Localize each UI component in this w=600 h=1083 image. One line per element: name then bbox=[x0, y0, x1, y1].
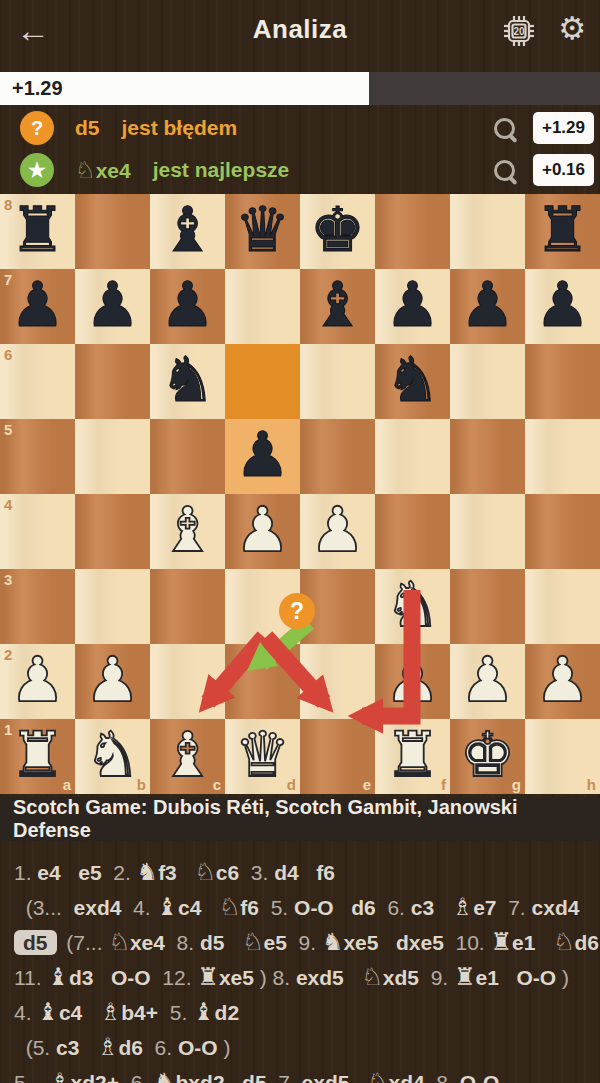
move-token[interactable]: ♞ bbox=[137, 858, 159, 886]
move-line-7: 5... ♗xd2+ 6. ♞bxd2 d5 7. exd5 ♘xd4 8. O… bbox=[14, 1065, 600, 1083]
black-pawn-h7[interactable]: ♟ bbox=[535, 267, 591, 342]
move-token[interactable]: ♝ bbox=[47, 963, 69, 991]
move-token[interactable]: e5 bbox=[264, 931, 299, 954]
move-token: 10. bbox=[455, 931, 490, 954]
move-token[interactable]: ♘ bbox=[553, 928, 575, 956]
move-token: 8. bbox=[436, 1071, 459, 1083]
move-token: 5. bbox=[271, 896, 294, 919]
move-token[interactable]: e1 bbox=[512, 931, 553, 954]
white-queen-d1[interactable]: ♛ bbox=[235, 717, 291, 792]
move-token: 3. bbox=[251, 861, 274, 884]
empty-b5 bbox=[75, 419, 150, 494]
svg-text:20: 20 bbox=[513, 26, 525, 37]
move-token[interactable]: e1 O-O bbox=[476, 966, 557, 989]
empty-f8 bbox=[375, 194, 450, 269]
move-token: 5... bbox=[14, 1071, 49, 1083]
move-token[interactable]: exd4 bbox=[74, 896, 134, 919]
move-token[interactable]: ♘ bbox=[242, 928, 264, 956]
evaluation-bar-white: +1.29 bbox=[0, 72, 369, 105]
move-token[interactable]: ♜ bbox=[454, 963, 476, 991]
move-token: 5. bbox=[170, 1001, 193, 1024]
empty-f5 bbox=[375, 419, 450, 494]
empty-h3 bbox=[525, 569, 600, 644]
empty-g3 bbox=[450, 569, 525, 644]
empty-d7 bbox=[225, 269, 300, 344]
empty-e5 bbox=[300, 419, 375, 494]
empty-a5 bbox=[0, 419, 75, 494]
move-token[interactable]: e7 bbox=[473, 896, 508, 919]
board-pieces-layer: ♜♝♛♚♜♟♟♟♝♟♟♟♞♞♟♝♟♟♞♟♟♟♟♟♜♞♝♛♜♚ bbox=[0, 194, 600, 794]
white-pawn-b2[interactable]: ♟ bbox=[85, 642, 141, 717]
move-token: ) bbox=[556, 966, 569, 989]
move-token[interactable]: ♝ bbox=[193, 998, 215, 1026]
move-token[interactable]: c6 bbox=[216, 861, 251, 884]
move-token[interactable]: xe5 bbox=[219, 966, 254, 989]
move-token[interactable]: ♘ bbox=[361, 963, 383, 991]
move-token[interactable]: ♜ bbox=[491, 928, 513, 956]
move-token[interactable]: xd4 bbox=[389, 1071, 437, 1083]
row-move-label: ♘xe4 bbox=[75, 157, 131, 183]
black-pawn-d5[interactable]: ♟ bbox=[235, 417, 291, 492]
white-pawn-g2[interactable]: ♟ bbox=[460, 642, 516, 717]
move-token[interactable]: d6 bbox=[118, 1036, 154, 1059]
mistake-badge-icon: ? bbox=[20, 111, 54, 145]
empty-a4 bbox=[0, 494, 75, 569]
white-bishop-c4[interactable]: ♝ bbox=[160, 492, 216, 567]
white-knight-f3[interactable]: ♞ bbox=[385, 567, 441, 642]
move-token[interactable]: ♗ bbox=[97, 1033, 119, 1061]
black-bishop-e7[interactable]: ♝ bbox=[310, 267, 366, 342]
move-token[interactable]: d4 f6 bbox=[274, 861, 335, 884]
move-token: 6. bbox=[131, 1071, 154, 1083]
move-token: 7. bbox=[508, 896, 531, 919]
black-knight-c6[interactable]: ♞ bbox=[160, 342, 216, 417]
analysis-rows: ?d5jest błędem+1.29★♘xe4jest najlepsze+0… bbox=[0, 109, 600, 189]
black-queen-d8[interactable]: ♛ bbox=[235, 192, 291, 267]
white-rook-a1[interactable]: ♜ bbox=[10, 717, 66, 792]
move-token[interactable]: ♝ bbox=[156, 893, 178, 921]
move-list: 1. e4 e5 2. ♞f3 ♘c6 3. d4 f6 (3... exd4 … bbox=[0, 841, 600, 1083]
empty-g5 bbox=[450, 419, 525, 494]
move-token[interactable]: f3 bbox=[158, 861, 194, 884]
move-token[interactable]: b4+ bbox=[121, 1001, 169, 1024]
empty-h4 bbox=[525, 494, 600, 569]
move-token[interactable]: ♞ bbox=[322, 928, 344, 956]
move-token[interactable]: O-O bbox=[460, 1071, 500, 1083]
move-token[interactable]: ♞ bbox=[154, 1068, 176, 1083]
move-token[interactable]: exd5 bbox=[296, 966, 361, 989]
move-line-6: (5. c3 ♗d6 6. O-O ) bbox=[14, 1030, 600, 1065]
move-line-5: 4. ♝c4 ♗b4+ 5. ♝d2 bbox=[14, 995, 600, 1030]
move-token[interactable]: c3 bbox=[56, 1036, 97, 1059]
empty-d6 bbox=[225, 344, 300, 419]
move-token: 2. bbox=[113, 861, 136, 884]
move-token[interactable]: ♗ bbox=[100, 998, 122, 1026]
empty-a3 bbox=[0, 569, 75, 644]
empty-e1 bbox=[300, 719, 375, 794]
move-token[interactable]: ♘ bbox=[219, 893, 241, 921]
black-pawn-a7[interactable]: ♟ bbox=[10, 267, 66, 342]
move-line-1: 1. e4 e5 2. ♞f3 ♘c6 3. d4 f6 bbox=[14, 855, 600, 890]
eval-score-box: +1.29 bbox=[533, 112, 594, 144]
header: ← Analiza 20 ⚙ bbox=[0, 0, 600, 62]
move-token[interactable]: ♘ bbox=[367, 1068, 389, 1083]
move-token: ) 8. bbox=[254, 966, 296, 989]
black-knight-f6[interactable]: ♞ bbox=[385, 342, 441, 417]
current-move-token[interactable]: d5 bbox=[14, 930, 57, 955]
chess-analysis-app: ← Analiza 20 ⚙ +1.29 ?d5jest błędem+1.29… bbox=[0, 0, 600, 1083]
empty-c2 bbox=[150, 644, 225, 719]
empty-f4 bbox=[375, 494, 450, 569]
move-token[interactable]: ♜ bbox=[197, 963, 219, 991]
white-pawn-f2[interactable]: ♟ bbox=[385, 642, 441, 717]
white-pawn-h2[interactable]: ♟ bbox=[535, 642, 591, 717]
move-token[interactable]: ♗ bbox=[49, 1068, 71, 1083]
empty-b3 bbox=[75, 569, 150, 644]
evaluation-bar: +1.29 bbox=[0, 72, 600, 105]
move-token[interactable]: ♝ bbox=[37, 998, 59, 1026]
move-token[interactable]: c4 bbox=[178, 896, 219, 919]
move-token[interactable]: xd2+ bbox=[71, 1071, 131, 1083]
black-king-e8[interactable]: ♚ bbox=[310, 192, 366, 267]
black-pawn-b7[interactable]: ♟ bbox=[85, 267, 141, 342]
move-token[interactable]: bxd2 d5 bbox=[176, 1071, 279, 1083]
opening-name: Scotch Game: Dubois Réti, Scotch Gambit,… bbox=[0, 796, 600, 842]
move-token: 4. bbox=[14, 1001, 37, 1024]
row-verdict-label: jest błędem bbox=[122, 116, 238, 140]
move-token: 6. bbox=[155, 1036, 178, 1059]
analysis-row-2[interactable]: ★♘xe4jest najlepsze+0.16 bbox=[0, 151, 600, 189]
empty-a6 bbox=[0, 344, 75, 419]
engine-depth-icon[interactable]: 20 bbox=[502, 14, 536, 48]
black-bishop-c8[interactable]: ♝ bbox=[160, 192, 216, 267]
move-token: 7. bbox=[278, 1071, 301, 1083]
eval-score-box: +0.16 bbox=[533, 154, 594, 186]
move-token[interactable]: xe5 dxe5 bbox=[343, 931, 455, 954]
best-move-badge-icon: ★ bbox=[20, 153, 54, 187]
white-pawn-a2[interactable]: ♟ bbox=[10, 642, 66, 717]
move-token: (5. bbox=[14, 1036, 56, 1059]
move-token: 4. bbox=[133, 896, 156, 919]
move-token: 1. bbox=[14, 861, 37, 884]
move-token[interactable]: ♘ bbox=[108, 928, 130, 956]
white-pawn-d4[interactable]: ♟ bbox=[235, 492, 291, 567]
move-token: ) bbox=[218, 1036, 231, 1059]
move-line-2: (3... exd4 4. ♝c4 ♘f6 5. O-O d6 6. c3 ♗e… bbox=[14, 890, 600, 925]
analysis-row-1[interactable]: ?d5jest błędem+1.29 bbox=[0, 109, 600, 147]
empty-b4 bbox=[75, 494, 150, 569]
move-token[interactable]: exd5 bbox=[302, 1071, 367, 1083]
chess-board[interactable]: 87654321abcdefgh♜♝♛♚♜♟♟♟♝♟♟♟♞♞♟♝♟♟♞♟♟♟♟♟… bbox=[0, 194, 600, 794]
move-token[interactable]: f6 bbox=[240, 896, 270, 919]
row-verdict-label: jest najlepsze bbox=[153, 158, 290, 182]
move-token[interactable]: c3 bbox=[411, 896, 452, 919]
empty-g6 bbox=[450, 344, 525, 419]
white-pawn-e4[interactable]: ♟ bbox=[310, 492, 366, 567]
empty-b6 bbox=[75, 344, 150, 419]
black-pawn-c7[interactable]: ♟ bbox=[160, 267, 216, 342]
move-token[interactable]: d5 bbox=[200, 931, 242, 954]
mistake-annotation-badge: ? bbox=[279, 593, 315, 629]
move-token: 9. bbox=[431, 966, 454, 989]
move-token[interactable]: xe4 bbox=[130, 931, 177, 954]
move-token[interactable]: e4 e5 bbox=[37, 861, 113, 884]
search-icon[interactable] bbox=[494, 118, 515, 139]
empty-h1 bbox=[525, 719, 600, 794]
move-token[interactable]: d2 bbox=[215, 1001, 240, 1024]
move-token: 9. bbox=[299, 931, 322, 954]
empty-h6 bbox=[525, 344, 600, 419]
move-line-3: d5 (7... ♘xe4 8. d5 ♘e5 9. ♞xe5 dxe5 10.… bbox=[14, 925, 600, 960]
white-bishop-c1[interactable]: ♝ bbox=[160, 717, 216, 792]
move-token[interactable]: ♘ bbox=[194, 858, 216, 886]
empty-c5 bbox=[150, 419, 225, 494]
empty-c3 bbox=[150, 569, 225, 644]
empty-d2 bbox=[225, 644, 300, 719]
move-token: 12. bbox=[162, 966, 197, 989]
move-token[interactable]: d6 bbox=[574, 931, 599, 954]
empty-b8 bbox=[75, 194, 150, 269]
move-line-4: 11. ♝d3 O-O 12. ♜xe5 ) 8. exd5 ♘xd5 9. ♜… bbox=[14, 960, 600, 995]
move-token: (7... bbox=[61, 931, 109, 954]
black-rook-a8[interactable]: ♜ bbox=[10, 192, 66, 267]
black-pawn-g7[interactable]: ♟ bbox=[460, 267, 516, 342]
white-knight-b1[interactable]: ♞ bbox=[85, 717, 141, 792]
move-token[interactable]: cxd4 bbox=[532, 896, 580, 919]
move-token[interactable]: O-O d6 bbox=[294, 896, 387, 919]
row-move-label: d5 bbox=[75, 116, 100, 140]
empty-h5 bbox=[525, 419, 600, 494]
move-token: 11. bbox=[14, 966, 47, 989]
move-token[interactable]: xd5 bbox=[383, 966, 431, 989]
move-token[interactable]: d3 O-O bbox=[69, 966, 162, 989]
empty-e2 bbox=[300, 644, 375, 719]
white-rook-f1[interactable]: ♜ bbox=[385, 717, 441, 792]
black-rook-h8[interactable]: ♜ bbox=[535, 192, 591, 267]
search-icon[interactable] bbox=[494, 160, 515, 181]
empty-g4 bbox=[450, 494, 525, 569]
opening-name-bar: Scotch Game: Dubois Réti, Scotch Gambit,… bbox=[0, 797, 600, 841]
black-pawn-f7[interactable]: ♟ bbox=[385, 267, 441, 342]
evaluation-value: +1.29 bbox=[0, 77, 63, 100]
move-token[interactable]: ♗ bbox=[452, 893, 474, 921]
move-token[interactable]: O-O bbox=[178, 1036, 218, 1059]
empty-g8 bbox=[450, 194, 525, 269]
settings-gear-icon[interactable]: ⚙ bbox=[558, 10, 586, 46]
white-king-g1[interactable]: ♚ bbox=[460, 717, 516, 792]
move-token: 6. bbox=[387, 896, 410, 919]
move-token: 8. bbox=[177, 931, 200, 954]
move-token: (3... bbox=[14, 896, 74, 919]
empty-e6 bbox=[300, 344, 375, 419]
move-token[interactable]: c4 bbox=[59, 1001, 100, 1024]
